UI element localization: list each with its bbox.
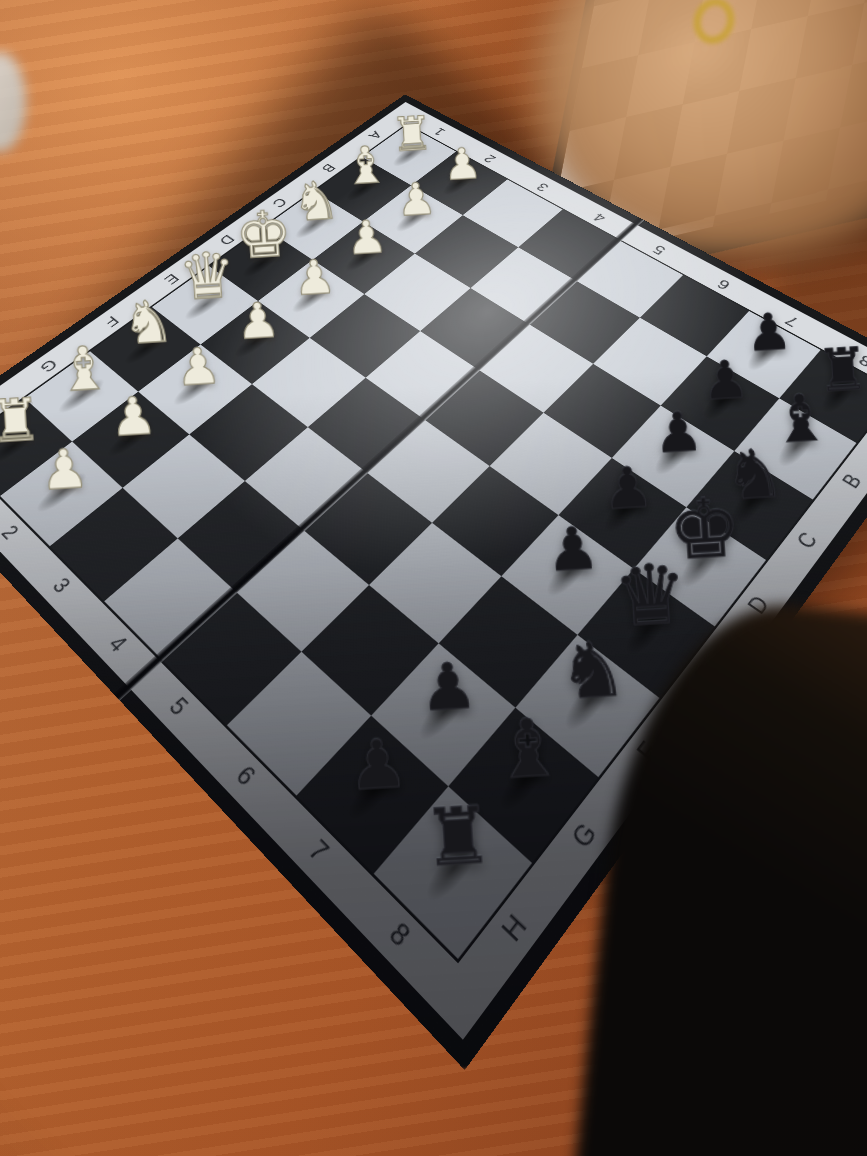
photo-scene: HGFEDCBA HGFEDCBA 12345678 12345678 ♜♝♞♚… xyxy=(0,0,867,1156)
